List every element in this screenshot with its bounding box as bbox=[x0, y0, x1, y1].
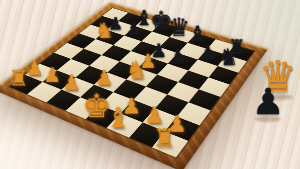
white-knight-e4: ♞ bbox=[126, 59, 147, 83]
white-pawn-c2: ♟ bbox=[62, 72, 80, 92]
white-rook-h1: ♜ bbox=[153, 126, 176, 152]
white-pawn-b2: ♟ bbox=[44, 65, 62, 85]
black-pawn-c7: ♟ bbox=[125, 20, 141, 37]
captured-black-pawn: ♟ bbox=[252, 84, 284, 120]
black-pawn-g7: ♟ bbox=[200, 43, 217, 62]
white-pawn-d3: ♟ bbox=[95, 68, 113, 88]
piece-shadow bbox=[255, 116, 281, 122]
white-knight-b6: ♞ bbox=[95, 20, 114, 41]
chess-photo: ♝♚♛♝♜♟♟♟♞♞♟♟♟♞♟♟♟♟♟♟♟♜♚♝♜ ♛♟ bbox=[0, 0, 300, 169]
white-rook-a1: ♜ bbox=[9, 68, 29, 90]
black-pawn-f6: ♟ bbox=[170, 47, 187, 66]
black-knight-h7: ♞ bbox=[218, 46, 239, 69]
white-bishop-f1: ♝ bbox=[106, 105, 130, 132]
